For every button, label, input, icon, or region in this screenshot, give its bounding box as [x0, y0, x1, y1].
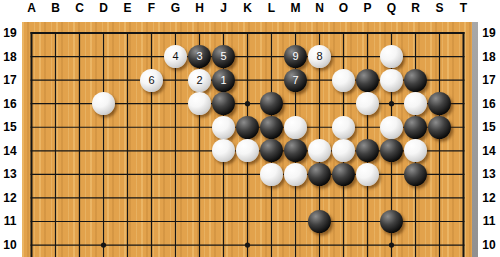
column-label-A: A	[27, 1, 36, 15]
column-label-G: G	[171, 1, 180, 15]
column-label-P: P	[363, 1, 371, 15]
go-diagram: ABCDEFGHJKLMNOPQRST 19181716151413121110…	[0, 0, 500, 257]
row-label-left-18: 18	[3, 50, 16, 64]
row-label-left-14: 14	[3, 144, 16, 158]
stone-black-S15[interactable]	[428, 116, 451, 139]
column-label-Q: Q	[387, 1, 396, 15]
move-number-1: 1	[212, 69, 235, 92]
row-label-right-11: 11	[483, 214, 496, 228]
board-edge-shadow	[472, 22, 478, 257]
stone-black-R13[interactable]	[404, 163, 427, 186]
row-label-left-19: 19	[3, 26, 16, 40]
stone-white-F17[interactable]: 6	[140, 69, 163, 92]
move-number-7: 7	[284, 69, 307, 92]
row-label-left-17: 17	[3, 73, 16, 87]
column-label-C: C	[75, 1, 84, 15]
stone-white-G18[interactable]: 4	[164, 45, 187, 68]
row-label-right-17: 17	[482, 73, 495, 87]
row-label-right-18: 18	[482, 50, 495, 64]
stone-white-P13[interactable]	[356, 163, 379, 186]
stone-black-N13[interactable]	[308, 163, 331, 186]
move-number-4: 4	[164, 45, 187, 68]
column-label-H: H	[195, 1, 204, 15]
stone-black-J18[interactable]: 5	[212, 45, 235, 68]
column-label-O: O	[339, 1, 348, 15]
row-label-right-15: 15	[482, 120, 495, 134]
row-label-right-16: 16	[482, 97, 495, 111]
column-label-M: M	[291, 1, 301, 15]
column-label-R: R	[411, 1, 420, 15]
stone-white-M15[interactable]	[284, 116, 307, 139]
row-label-left-13: 13	[3, 167, 16, 181]
stone-black-R15[interactable]	[404, 116, 427, 139]
column-label-L: L	[268, 1, 275, 15]
stone-black-Q11[interactable]	[380, 210, 403, 233]
row-label-right-14: 14	[482, 144, 495, 158]
stone-black-L15[interactable]	[260, 116, 283, 139]
column-label-S: S	[435, 1, 443, 15]
row-label-left-11: 11	[4, 214, 17, 228]
stone-white-O17[interactable]	[332, 69, 355, 92]
stone-black-N11[interactable]	[308, 210, 331, 233]
stone-white-Q15[interactable]	[380, 116, 403, 139]
stone-black-M17[interactable]: 7	[284, 69, 307, 92]
stone-black-K15[interactable]	[236, 116, 259, 139]
stone-white-H17[interactable]: 2	[188, 69, 211, 92]
column-label-F: F	[148, 1, 155, 15]
stone-black-J17[interactable]: 1	[212, 69, 235, 92]
stone-black-R17[interactable]	[404, 69, 427, 92]
stone-white-Q18[interactable]	[380, 45, 403, 68]
column-label-B: B	[51, 1, 60, 15]
stone-white-O15[interactable]	[332, 116, 355, 139]
row-label-left-16: 16	[3, 97, 16, 111]
stone-white-L13[interactable]	[260, 163, 283, 186]
move-number-9: 9	[284, 45, 307, 68]
stone-black-H18[interactable]: 3	[188, 45, 211, 68]
stone-white-M13[interactable]	[284, 163, 307, 186]
column-label-N: N	[315, 1, 324, 15]
stone-white-N18[interactable]: 8	[308, 45, 331, 68]
move-number-8: 8	[308, 45, 331, 68]
column-label-E: E	[123, 1, 131, 15]
stone-black-P17[interactable]	[356, 69, 379, 92]
stone-black-O13[interactable]	[332, 163, 355, 186]
move-number-5: 5	[212, 45, 235, 68]
row-label-right-19: 19	[482, 26, 495, 40]
row-label-left-12: 12	[3, 191, 16, 205]
move-number-3: 3	[188, 45, 211, 68]
stone-white-Q17[interactable]	[380, 69, 403, 92]
row-label-left-10: 10	[3, 238, 16, 252]
column-label-T: T	[460, 1, 467, 15]
column-label-D: D	[99, 1, 108, 15]
row-label-right-12: 12	[482, 191, 495, 205]
row-label-right-10: 10	[482, 238, 495, 252]
row-label-right-13: 13	[482, 167, 495, 181]
move-number-2: 2	[188, 69, 211, 92]
column-label-J: J	[220, 1, 227, 15]
column-label-K: K	[243, 1, 252, 15]
row-label-left-15: 15	[3, 120, 16, 134]
stone-black-M18[interactable]: 9	[284, 45, 307, 68]
move-number-6: 6	[140, 69, 163, 92]
stone-white-J15[interactable]	[212, 116, 235, 139]
